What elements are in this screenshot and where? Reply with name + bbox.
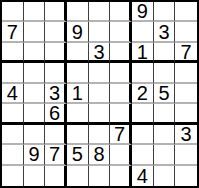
cell-r8c2: 9 [24, 145, 46, 165]
cell-r6c2[interactable] [24, 104, 46, 124]
cell-r8c7[interactable] [132, 145, 154, 165]
cell-r5c9[interactable] [175, 84, 197, 104]
cell-r2c6[interactable] [110, 22, 132, 42]
cell-r1c2[interactable] [24, 2, 46, 22]
cell-r7c4[interactable] [67, 125, 89, 145]
cell-r3c4[interactable] [67, 43, 89, 63]
cell-r6c1[interactable] [2, 104, 24, 124]
cell-r7c8[interactable] [154, 125, 176, 145]
cell-r3c1[interactable] [2, 43, 24, 63]
cell-r4c8[interactable] [154, 63, 176, 83]
sudoku-board: 9 7 9 3 3 1 7 4 31 25 6 7 3 9758 4 [0, 0, 199, 188]
cell-r1c3[interactable] [45, 2, 67, 22]
cell-r5c5[interactable] [89, 84, 111, 104]
cell-r6c4[interactable] [67, 104, 89, 124]
cell-r8c9[interactable] [175, 145, 197, 165]
cell-r8c8[interactable] [154, 145, 176, 165]
cell-r4c6[interactable] [110, 63, 132, 83]
cell-r3c3[interactable] [45, 43, 67, 63]
cell-r8c4: 5 [67, 145, 89, 165]
cell-r4c9[interactable] [175, 63, 197, 83]
cell-r2c7[interactable] [132, 22, 154, 42]
cell-r4c3[interactable] [45, 63, 67, 83]
cell-r9c8[interactable] [154, 166, 176, 186]
cell-r2c4: 9 [67, 22, 89, 42]
cell-r5c4: 1 [67, 84, 89, 104]
cell-r9c9[interactable] [175, 166, 197, 186]
cell-r2c1: 7 [2, 22, 24, 42]
cell-r3c6[interactable] [110, 43, 132, 63]
cell-r9c2[interactable] [24, 166, 46, 186]
cell-r2c3[interactable] [45, 22, 67, 42]
cell-r9c7: 4 [132, 166, 154, 186]
cell-r1c4[interactable] [67, 2, 89, 22]
cell-r9c5[interactable] [89, 166, 111, 186]
cell-r5c7: 2 [132, 84, 154, 104]
cell-r4c2[interactable] [24, 63, 46, 83]
cell-r7c3[interactable] [45, 125, 67, 145]
cell-r8c1[interactable] [2, 145, 24, 165]
cell-r9c4[interactable] [67, 166, 89, 186]
cell-r5c8: 5 [154, 84, 176, 104]
cell-r1c6[interactable] [110, 2, 132, 22]
cell-r2c9[interactable] [175, 22, 197, 42]
cell-r1c1[interactable] [2, 2, 24, 22]
cell-r7c5[interactable] [89, 125, 111, 145]
cell-r3c5: 3 [89, 43, 111, 63]
cell-r3c7: 1 [132, 43, 154, 63]
cell-r6c8[interactable] [154, 104, 176, 124]
cell-r5c6[interactable] [110, 84, 132, 104]
cell-r8c5: 8 [89, 145, 111, 165]
cell-r2c2[interactable] [24, 22, 46, 42]
cell-r7c1[interactable] [2, 125, 24, 145]
cell-r1c5[interactable] [89, 2, 111, 22]
cell-r3c9: 7 [175, 43, 197, 63]
cell-r9c6[interactable] [110, 166, 132, 186]
cell-r6c5[interactable] [89, 104, 111, 124]
cell-r5c2[interactable] [24, 84, 46, 104]
cell-r9c1[interactable] [2, 166, 24, 186]
cell-r1c8[interactable] [154, 2, 176, 22]
cell-r6c3: 6 [45, 104, 67, 124]
cell-r4c5[interactable] [89, 63, 111, 83]
cell-r4c4[interactable] [67, 63, 89, 83]
cell-r7c9: 3 [175, 125, 197, 145]
cell-r4c1[interactable] [2, 63, 24, 83]
cell-r6c7[interactable] [132, 104, 154, 124]
cell-r5c3: 3 [45, 84, 67, 104]
cell-r8c6[interactable] [110, 145, 132, 165]
cell-r7c2[interactable] [24, 125, 46, 145]
cell-r6c9[interactable] [175, 104, 197, 124]
cell-r9c3[interactable] [45, 166, 67, 186]
cell-r3c8[interactable] [154, 43, 176, 63]
cell-r7c6: 7 [110, 125, 132, 145]
cell-r2c8: 3 [154, 22, 176, 42]
cell-r3c2[interactable] [24, 43, 46, 63]
cell-r8c3: 7 [45, 145, 67, 165]
cell-r5c1: 4 [2, 84, 24, 104]
cell-r4c7[interactable] [132, 63, 154, 83]
cell-r7c7[interactable] [132, 125, 154, 145]
cell-r6c6[interactable] [110, 104, 132, 124]
cell-r1c7: 9 [132, 2, 154, 22]
cell-r2c5[interactable] [89, 22, 111, 42]
cell-r1c9[interactable] [175, 2, 197, 22]
